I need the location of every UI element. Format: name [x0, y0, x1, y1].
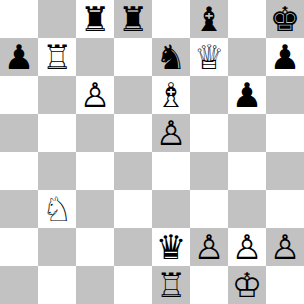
- square-g5[interactable]: [228, 114, 266, 152]
- piece-black-queen: ♛: [156, 228, 186, 266]
- square-b1[interactable]: [38, 266, 76, 304]
- square-g1[interactable]: ♔: [228, 266, 266, 304]
- square-g2[interactable]: ♙: [228, 228, 266, 266]
- square-h3[interactable]: [266, 190, 304, 228]
- square-e4[interactable]: [152, 152, 190, 190]
- square-e5[interactable]: ♙: [152, 114, 190, 152]
- square-e1[interactable]: ♖: [152, 266, 190, 304]
- square-f8[interactable]: ♝: [190, 0, 228, 38]
- square-c2[interactable]: [76, 228, 114, 266]
- square-b7[interactable]: ♖: [38, 38, 76, 76]
- square-h7[interactable]: ♟: [266, 38, 304, 76]
- square-c8[interactable]: ♜: [76, 0, 114, 38]
- square-c3[interactable]: [76, 190, 114, 228]
- piece-white-knight: ♘: [42, 190, 72, 228]
- square-b5[interactable]: [38, 114, 76, 152]
- piece-white-pawn: ♙: [80, 76, 110, 114]
- square-c1[interactable]: [76, 266, 114, 304]
- square-d6[interactable]: [114, 76, 152, 114]
- square-e2[interactable]: ♛: [152, 228, 190, 266]
- square-f7[interactable]: ♕: [190, 38, 228, 76]
- square-f4[interactable]: [190, 152, 228, 190]
- square-f1[interactable]: [190, 266, 228, 304]
- square-h4[interactable]: [266, 152, 304, 190]
- square-c6[interactable]: ♙: [76, 76, 114, 114]
- square-f3[interactable]: [190, 190, 228, 228]
- piece-white-king: ♔: [232, 266, 262, 304]
- square-d5[interactable]: [114, 114, 152, 152]
- square-a4[interactable]: [0, 152, 38, 190]
- piece-black-pawn: ♟: [4, 38, 34, 76]
- piece-black-king: ♚: [270, 0, 300, 38]
- square-g6[interactable]: ♟: [228, 76, 266, 114]
- piece-black-pawn: ♟: [232, 76, 262, 114]
- square-g8[interactable]: [228, 0, 266, 38]
- square-a1[interactable]: [0, 266, 38, 304]
- square-f5[interactable]: [190, 114, 228, 152]
- square-d7[interactable]: [114, 38, 152, 76]
- square-h5[interactable]: [266, 114, 304, 152]
- piece-white-queen: ♕: [194, 38, 224, 76]
- square-a6[interactable]: [0, 76, 38, 114]
- square-d8[interactable]: ♜: [114, 0, 152, 38]
- piece-black-pawn: ♟: [270, 38, 300, 76]
- square-a2[interactable]: [0, 228, 38, 266]
- piece-white-pawn: ♙: [156, 114, 186, 152]
- square-b8[interactable]: [38, 0, 76, 38]
- piece-white-rook: ♖: [156, 266, 186, 304]
- square-b4[interactable]: [38, 152, 76, 190]
- chess-board: ♜♜♝♚♟♖♞♕♟♙♗♟♙♘♛♙♙♙♖♔: [0, 0, 304, 304]
- square-a7[interactable]: ♟: [0, 38, 38, 76]
- square-c7[interactable]: [76, 38, 114, 76]
- square-e7[interactable]: ♞: [152, 38, 190, 76]
- square-g7[interactable]: [228, 38, 266, 76]
- square-f6[interactable]: [190, 76, 228, 114]
- square-b3[interactable]: ♘: [38, 190, 76, 228]
- square-g3[interactable]: [228, 190, 266, 228]
- square-b6[interactable]: [38, 76, 76, 114]
- piece-black-bishop: ♝: [194, 0, 224, 38]
- square-c5[interactable]: [76, 114, 114, 152]
- square-d4[interactable]: [114, 152, 152, 190]
- piece-black-rook: ♜: [118, 0, 148, 38]
- square-h2[interactable]: ♙: [266, 228, 304, 266]
- square-h8[interactable]: ♚: [266, 0, 304, 38]
- square-d3[interactable]: [114, 190, 152, 228]
- piece-black-knight: ♞: [156, 38, 186, 76]
- square-h1[interactable]: [266, 266, 304, 304]
- square-a8[interactable]: [0, 0, 38, 38]
- piece-white-pawn: ♙: [194, 228, 224, 266]
- square-c4[interactable]: [76, 152, 114, 190]
- square-g4[interactable]: [228, 152, 266, 190]
- square-a5[interactable]: [0, 114, 38, 152]
- square-b2[interactable]: [38, 228, 76, 266]
- square-h6[interactable]: [266, 76, 304, 114]
- square-e3[interactable]: [152, 190, 190, 228]
- piece-white-pawn: ♙: [270, 228, 300, 266]
- piece-white-pawn: ♙: [232, 228, 262, 266]
- square-d2[interactable]: [114, 228, 152, 266]
- square-f2[interactable]: ♙: [190, 228, 228, 266]
- square-e8[interactable]: [152, 0, 190, 38]
- square-e6[interactable]: ♗: [152, 76, 190, 114]
- piece-white-rook: ♖: [42, 38, 72, 76]
- square-d1[interactable]: [114, 266, 152, 304]
- square-a3[interactable]: [0, 190, 38, 228]
- piece-black-rook: ♜: [80, 0, 110, 38]
- piece-white-bishop: ♗: [156, 76, 186, 114]
